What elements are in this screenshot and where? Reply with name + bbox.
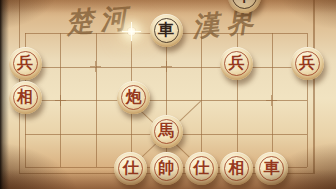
piece-red-chariot[interactable]: 車 xyxy=(255,152,288,185)
piece-glyph: 炮 xyxy=(126,89,142,105)
piece-red-advisor[interactable]: 仕 xyxy=(114,152,147,185)
piece-glyph: 仕 xyxy=(193,160,209,176)
piece-glyph: 兵 xyxy=(299,55,315,71)
piece-ring: 相 xyxy=(13,85,38,110)
piece-ring: 車 xyxy=(259,156,284,181)
piece-ring: 車 xyxy=(154,18,179,43)
piece-glyph: 車 xyxy=(264,160,280,176)
piece-red-general[interactable]: 帥 xyxy=(150,152,183,185)
piece-ring: 帥 xyxy=(154,156,179,181)
piece-red-cannon[interactable]: 炮 xyxy=(117,81,150,114)
piece-glyph: 卒 xyxy=(237,0,253,4)
piece-ring: 兵 xyxy=(13,51,38,76)
piece-ring: 仕 xyxy=(118,156,143,181)
point-marker xyxy=(161,61,172,72)
point-marker xyxy=(90,61,101,72)
piece-ring: 馬 xyxy=(154,119,179,144)
piece-ring: 仕 xyxy=(189,156,214,181)
piece-ring: 炮 xyxy=(121,85,146,110)
piece-red-soldier[interactable]: 兵 xyxy=(291,47,324,80)
piece-red-horse[interactable]: 馬 xyxy=(150,115,183,148)
board-line xyxy=(313,0,315,173)
piece-red-soldier[interactable]: 兵 xyxy=(220,47,253,80)
piece-glyph: 帥 xyxy=(158,160,174,176)
piece-red-soldier[interactable]: 兵 xyxy=(9,47,42,80)
board-line xyxy=(201,33,202,167)
piece-glyph: 相 xyxy=(17,89,33,105)
piece-glyph: 相 xyxy=(229,160,245,176)
piece-red-elephant[interactable]: 相 xyxy=(220,152,253,185)
piece-black-chariot[interactable]: 車 xyxy=(150,14,183,47)
last-move-glow-marker xyxy=(127,27,136,36)
point-marker xyxy=(266,95,277,106)
point-marker xyxy=(55,95,66,106)
xiangqi-board: 楚河 漢界 卒車兵兵兵相炮馬仕帥仕相車 xyxy=(0,0,336,189)
piece-glyph: 兵 xyxy=(229,55,245,71)
piece-glyph: 兵 xyxy=(17,55,33,71)
piece-ring: 卒 xyxy=(232,0,257,9)
piece-glyph: 車 xyxy=(158,22,174,38)
river-label-left: 楚河 xyxy=(65,0,136,41)
board-line xyxy=(96,33,97,167)
piece-glyph: 仕 xyxy=(123,160,139,176)
piece-glyph: 馬 xyxy=(158,123,174,139)
piece-ring: 相 xyxy=(224,156,249,181)
piece-red-elephant[interactable]: 相 xyxy=(9,81,42,114)
piece-ring: 兵 xyxy=(224,51,249,76)
piece-ring: 兵 xyxy=(295,51,320,76)
piece-red-advisor[interactable]: 仕 xyxy=(185,152,218,185)
